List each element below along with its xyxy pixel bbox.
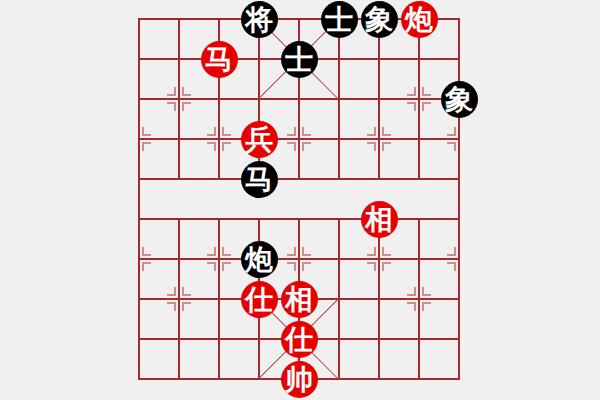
point-marker-bracket [422,287,431,296]
point-marker-bracket [302,142,311,151]
point-marker [126,126,152,152]
point-marker-bracket [167,287,176,296]
point-marker-bracket [447,127,456,136]
point-marker-bracket [302,262,311,271]
point-marker [206,126,232,152]
piece-red-advisor[interactable]: 仕 [281,321,318,358]
point-marker-bracket [302,127,311,136]
point-marker-bracket [182,87,191,96]
piece-red-cannon[interactable]: 炮 [401,1,438,38]
grid-line-vertical [218,218,220,380]
point-marker-bracket [182,302,191,311]
grid-line-vertical [458,18,460,380]
grid-line-vertical [378,18,380,180]
point-marker-bracket [447,247,456,256]
point-marker [366,126,392,152]
point-marker-bracket [142,142,151,151]
point-marker [406,86,432,112]
point-marker-bracket [207,127,216,136]
point-marker-bracket [222,127,231,136]
piece-red-advisor[interactable]: 仕 [241,281,278,318]
point-marker-bracket [222,142,231,151]
point-marker-bracket [207,142,216,151]
point-marker [366,246,392,272]
point-marker [206,246,232,272]
point-marker [406,286,432,312]
point-marker-bracket [182,102,191,111]
point-marker-bracket [287,127,296,136]
piece-black-elephant[interactable]: 象 [441,81,478,118]
app-background: 将士象炮马士象兵马相炮仕相仕帅 [0,0,600,400]
point-marker-bracket [142,247,151,256]
point-marker-bracket [302,247,311,256]
point-marker-bracket [287,142,296,151]
point-marker-bracket [407,102,416,111]
point-marker-bracket [447,262,456,271]
piece-black-general[interactable]: 将 [241,1,278,38]
point-marker [126,246,152,272]
piece-black-elephant[interactable]: 象 [361,1,398,38]
point-marker-bracket [222,262,231,271]
point-marker [166,86,192,112]
point-marker-bracket [367,127,376,136]
point-marker-bracket [382,127,391,136]
point-marker-bracket [207,262,216,271]
point-marker-bracket [167,102,176,111]
point-marker-bracket [407,302,416,311]
point-marker-bracket [142,262,151,271]
point-marker-bracket [422,102,431,111]
point-marker-bracket [447,142,456,151]
point-marker-bracket [382,142,391,151]
piece-black-horse[interactable]: 马 [241,161,278,198]
piece-black-advisor[interactable]: 士 [281,41,318,78]
point-marker-bracket [167,302,176,311]
piece-black-cannon[interactable]: 炮 [241,241,278,278]
piece-black-advisor[interactable]: 士 [321,1,358,38]
point-marker-bracket [367,142,376,151]
point-marker [446,126,472,152]
grid-line-vertical [378,218,380,380]
point-marker-bracket [182,287,191,296]
point-marker-bracket [367,262,376,271]
piece-red-horse[interactable]: 马 [201,41,238,78]
point-marker-bracket [222,247,231,256]
point-marker-bracket [287,262,296,271]
point-marker-bracket [407,87,416,96]
point-marker [446,246,472,272]
point-marker-bracket [167,87,176,96]
point-marker-bracket [407,287,416,296]
piece-red-elephant[interactable]: 相 [361,201,398,238]
point-marker-bracket [422,302,431,311]
point-marker-bracket [287,247,296,256]
piece-red-general[interactable]: 帅 [281,361,318,398]
point-marker [286,126,312,152]
point-marker-bracket [142,127,151,136]
point-marker-bracket [382,247,391,256]
point-marker [166,286,192,312]
point-marker [286,246,312,272]
piece-red-elephant[interactable]: 相 [281,281,318,318]
piece-red-soldier[interactable]: 兵 [241,121,278,158]
point-marker-bracket [367,247,376,256]
grid-line-vertical [138,18,140,380]
point-marker-bracket [422,87,431,96]
point-marker-bracket [207,247,216,256]
point-marker-bracket [382,262,391,271]
